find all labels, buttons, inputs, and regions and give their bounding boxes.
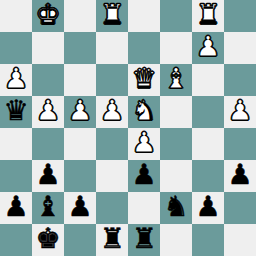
square-e5[interactable]: ♞ bbox=[128, 96, 160, 128]
square-b4[interactable] bbox=[32, 128, 64, 160]
piece-black-king[interactable]: ♚ bbox=[35, 224, 60, 255]
square-h2[interactable] bbox=[224, 192, 256, 224]
square-h7[interactable] bbox=[224, 32, 256, 64]
square-h3[interactable]: ♟ bbox=[224, 160, 256, 192]
square-g7[interactable]: ♟ bbox=[192, 32, 224, 64]
square-c7[interactable] bbox=[64, 32, 96, 64]
square-h5[interactable]: ♟ bbox=[224, 96, 256, 128]
square-g3[interactable] bbox=[192, 160, 224, 192]
square-a3[interactable] bbox=[0, 160, 32, 192]
piece-black-knight[interactable]: ♞ bbox=[163, 192, 188, 223]
piece-white-pawn[interactable]: ♟ bbox=[3, 64, 28, 95]
square-f4[interactable] bbox=[160, 128, 192, 160]
square-c6[interactable] bbox=[64, 64, 96, 96]
square-f1[interactable] bbox=[160, 224, 192, 256]
square-d6[interactable] bbox=[96, 64, 128, 96]
piece-black-pawn[interactable]: ♟ bbox=[3, 192, 28, 223]
piece-black-pawn[interactable]: ♟ bbox=[131, 160, 156, 191]
piece-white-pawn[interactable]: ♟ bbox=[195, 32, 220, 63]
square-b1[interactable]: ♚ bbox=[32, 224, 64, 256]
piece-white-pawn[interactable]: ♟ bbox=[67, 96, 92, 127]
square-b6[interactable] bbox=[32, 64, 64, 96]
square-c3[interactable] bbox=[64, 160, 96, 192]
piece-black-pawn[interactable]: ♟ bbox=[195, 192, 220, 223]
square-f3[interactable] bbox=[160, 160, 192, 192]
square-g4[interactable] bbox=[192, 128, 224, 160]
piece-white-queen[interactable]: ♛ bbox=[131, 64, 156, 95]
piece-black-bishop[interactable]: ♝ bbox=[35, 192, 60, 223]
piece-white-pawn[interactable]: ♟ bbox=[35, 96, 60, 127]
square-d3[interactable] bbox=[96, 160, 128, 192]
square-d1[interactable]: ♜ bbox=[96, 224, 128, 256]
chess-board: ♚♜♜♟♟♛♝♛♟♟♟♞♟♟♟♟♟♟♝♟♞♟♚♜♜ bbox=[0, 0, 256, 256]
square-d5[interactable]: ♟ bbox=[96, 96, 128, 128]
square-c1[interactable] bbox=[64, 224, 96, 256]
square-f5[interactable] bbox=[160, 96, 192, 128]
square-a1[interactable] bbox=[0, 224, 32, 256]
piece-black-rook[interactable]: ♜ bbox=[99, 224, 124, 255]
square-d8[interactable]: ♜ bbox=[96, 0, 128, 32]
square-e6[interactable]: ♛ bbox=[128, 64, 160, 96]
piece-white-king[interactable]: ♚ bbox=[35, 0, 60, 31]
square-a6[interactable]: ♟ bbox=[0, 64, 32, 96]
piece-white-pawn[interactable]: ♟ bbox=[131, 128, 156, 159]
square-a4[interactable] bbox=[0, 128, 32, 160]
piece-white-knight[interactable]: ♞ bbox=[131, 96, 156, 127]
square-b3[interactable]: ♟ bbox=[32, 160, 64, 192]
square-d2[interactable] bbox=[96, 192, 128, 224]
square-b8[interactable]: ♚ bbox=[32, 0, 64, 32]
square-g1[interactable] bbox=[192, 224, 224, 256]
piece-black-pawn[interactable]: ♟ bbox=[227, 160, 252, 191]
piece-black-queen[interactable]: ♛ bbox=[3, 96, 28, 127]
square-g6[interactable] bbox=[192, 64, 224, 96]
piece-black-pawn[interactable]: ♟ bbox=[67, 192, 92, 223]
square-h6[interactable] bbox=[224, 64, 256, 96]
square-e8[interactable] bbox=[128, 0, 160, 32]
square-a7[interactable] bbox=[0, 32, 32, 64]
square-f2[interactable]: ♞ bbox=[160, 192, 192, 224]
square-f7[interactable] bbox=[160, 32, 192, 64]
square-e1[interactable]: ♜ bbox=[128, 224, 160, 256]
piece-white-pawn[interactable]: ♟ bbox=[99, 96, 124, 127]
square-a2[interactable]: ♟ bbox=[0, 192, 32, 224]
square-h4[interactable] bbox=[224, 128, 256, 160]
square-f6[interactable]: ♝ bbox=[160, 64, 192, 96]
square-f8[interactable] bbox=[160, 0, 192, 32]
piece-white-bishop[interactable]: ♝ bbox=[163, 64, 188, 95]
square-h1[interactable] bbox=[224, 224, 256, 256]
square-b7[interactable] bbox=[32, 32, 64, 64]
square-c5[interactable]: ♟ bbox=[64, 96, 96, 128]
piece-black-rook[interactable]: ♜ bbox=[131, 224, 156, 255]
square-c8[interactable] bbox=[64, 0, 96, 32]
square-b2[interactable]: ♝ bbox=[32, 192, 64, 224]
square-e2[interactable] bbox=[128, 192, 160, 224]
piece-white-pawn[interactable]: ♟ bbox=[227, 96, 252, 127]
square-d4[interactable] bbox=[96, 128, 128, 160]
square-c4[interactable] bbox=[64, 128, 96, 160]
piece-white-rook[interactable]: ♜ bbox=[195, 0, 220, 31]
square-b5[interactable]: ♟ bbox=[32, 96, 64, 128]
piece-white-rook[interactable]: ♜ bbox=[99, 0, 124, 31]
square-a8[interactable] bbox=[0, 0, 32, 32]
square-e3[interactable]: ♟ bbox=[128, 160, 160, 192]
square-e4[interactable]: ♟ bbox=[128, 128, 160, 160]
square-g5[interactable] bbox=[192, 96, 224, 128]
square-e7[interactable] bbox=[128, 32, 160, 64]
piece-black-pawn[interactable]: ♟ bbox=[35, 160, 60, 191]
square-g2[interactable]: ♟ bbox=[192, 192, 224, 224]
square-g8[interactable]: ♜ bbox=[192, 0, 224, 32]
square-d7[interactable] bbox=[96, 32, 128, 64]
square-a5[interactable]: ♛ bbox=[0, 96, 32, 128]
square-h8[interactable] bbox=[224, 0, 256, 32]
square-c2[interactable]: ♟ bbox=[64, 192, 96, 224]
